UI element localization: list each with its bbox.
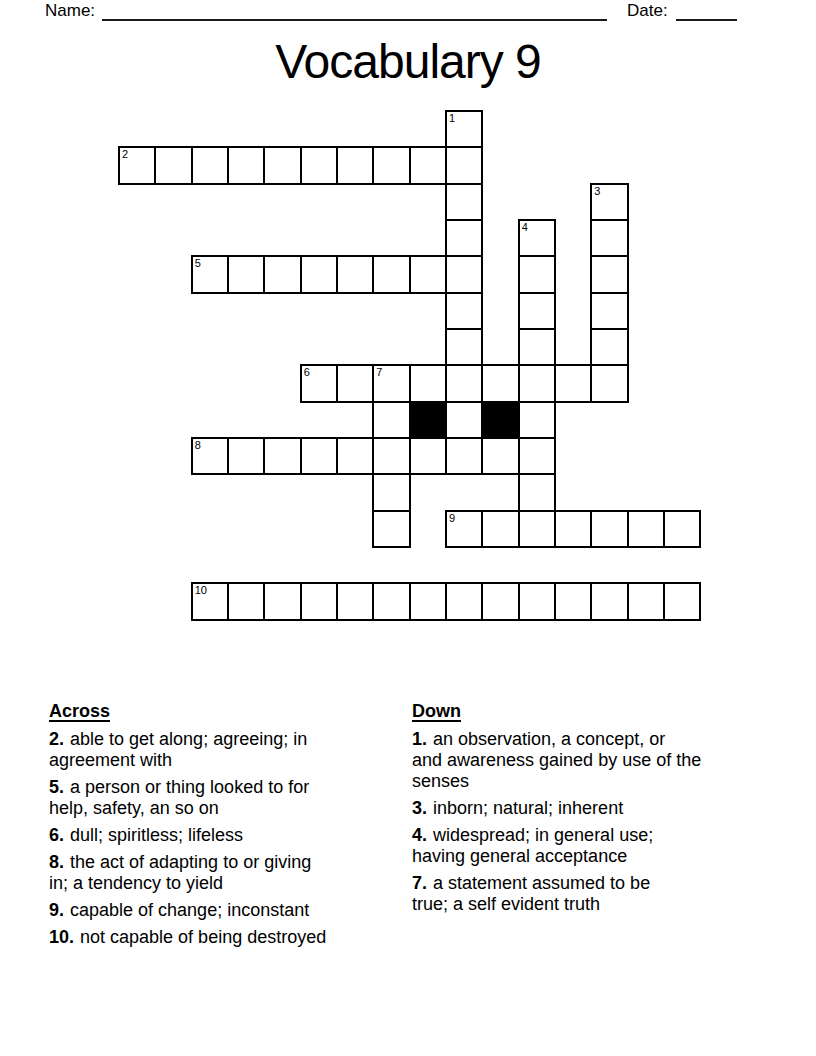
grid-cell[interactable] [336,582,374,620]
clue-number: 10. [49,927,74,947]
cell-number: 10 [195,584,207,597]
date-label: Date: [627,1,668,21]
grid-cell[interactable] [518,255,556,293]
cell-number: 4 [522,221,528,234]
clue-text: dull; spiritless; lifeless [70,825,243,845]
grid-cell[interactable] [481,364,519,402]
worksheet-page: Name: Date: Vocabulary 9 12345678910 Acr… [0,0,816,1056]
name-label: Name: [45,1,95,21]
clue-across-10: 10.not capable of being destroyed [49,927,401,948]
across-clues-section: Across 2.able to get along; agreeing; in… [49,701,401,954]
clue-down-1: 1.an observation, a concept, or and awar… [412,729,778,792]
grid-cell[interactable] [336,255,374,293]
clue-number: 7. [412,873,427,893]
grid-cell[interactable] [372,473,410,511]
grid-cell[interactable] [445,437,483,475]
grid-cell[interactable] [590,510,628,548]
grid-cell[interactable] [409,146,447,184]
grid-cell[interactable] [409,582,447,620]
grid-cell[interactable] [227,255,265,293]
clue-text: the act of adapting to or giving in; a t… [49,852,311,893]
cell-number: 7 [376,366,382,379]
clue-number: 5. [49,777,64,797]
grid-cell[interactable] [336,364,374,402]
down-clues-section: Down 1.an observation, a concept, or and… [412,701,778,921]
grid-cell[interactable] [372,401,410,439]
grid-cell[interactable] [445,146,483,184]
grid-cell[interactable] [590,582,628,620]
clue-across-9: 9.capable of change; inconstant [49,900,401,921]
grid-cell[interactable] [481,437,519,475]
grid-cell[interactable] [227,582,265,620]
clue-text: inborn; natural; inherent [433,798,623,818]
grid-cell[interactable] [372,255,410,293]
grid-cell[interactable] [518,292,556,330]
clue-text: able to get along; agreeing; in agreemen… [49,729,307,770]
grid-cell[interactable] [263,582,301,620]
grid-cell[interactable] [300,582,338,620]
grid-cell[interactable] [445,219,483,257]
grid-cell[interactable] [227,146,265,184]
grid-cell[interactable] [445,255,483,293]
clue-down-7: 7.a statement assumed to be true; a self… [412,873,778,915]
grid-cell[interactable] [300,255,338,293]
grid-cell[interactable]: 2 [118,146,156,184]
grid-cell[interactable] [518,401,556,439]
name-input-line[interactable] [102,2,607,21]
grid-cell[interactable] [445,364,483,402]
grid-cell[interactable]: 6 [300,364,338,402]
cell-number: 9 [449,512,455,525]
clue-across-8: 8.the act of adapting to or giving in; a… [49,852,401,894]
clue-across-6: 6.dull; spiritless; lifeless [49,825,401,846]
grid-cell[interactable] [409,437,447,475]
clue-text: not capable of being destroyed [80,927,326,947]
grid-cell[interactable] [554,510,592,548]
grid-cell[interactable] [518,364,556,402]
date-input-line[interactable] [676,2,737,21]
clue-text: a person or thing looked to for help, sa… [49,777,309,818]
grid-cell[interactable] [445,328,483,366]
grid-cell[interactable] [336,146,374,184]
clue-number: 8. [49,852,64,872]
grid-cell[interactable] [590,292,628,330]
grid-cell[interactable] [372,146,410,184]
grid-cell[interactable] [445,401,483,439]
grid-cell[interactable]: 7 [372,364,410,402]
clue-number: 2. [49,729,64,749]
grid-cell[interactable] [663,582,701,620]
grid-cell[interactable] [372,437,410,475]
clue-text: widespread; in general use; having gener… [412,825,653,866]
clue-down-3: 3.inborn; natural; inherent [412,798,778,819]
grid-cell[interactable]: 4 [518,219,556,257]
grid-cell[interactable] [336,437,374,475]
grid-cell[interactable] [263,146,301,184]
grid-cell[interactable] [154,146,192,184]
clue-number: 4. [412,825,427,845]
clue-text: an observation, a concept, or and awaren… [412,729,701,791]
grid-cell[interactable] [191,146,229,184]
clue-down-4: 4.widespread; in general use; having gen… [412,825,778,867]
grid-cell[interactable] [554,364,592,402]
grid-cell[interactable]: 9 [445,510,483,548]
clue-across-5: 5.a person or thing looked to for help, … [49,777,401,819]
cell-number: 3 [594,185,600,198]
down-heading: Down [412,701,778,722]
black-cell [409,401,447,439]
grid-cell[interactable] [481,582,519,620]
clue-across-2: 2.able to get along; agreeing; in agreem… [49,729,401,771]
grid-cell[interactable] [263,437,301,475]
grid-cell[interactable] [590,328,628,366]
page-title: Vocabulary 9 [0,34,816,90]
crossword-grid: 12345678910 [118,110,701,621]
grid-cell[interactable] [372,510,410,548]
cell-number: 1 [449,112,455,125]
grid-cell[interactable] [445,183,483,221]
grid-cell[interactable]: 3 [590,183,628,221]
grid-cell[interactable] [518,473,556,511]
grid-cell[interactable]: 10 [191,582,229,620]
grid-cell[interactable] [590,364,628,402]
grid-cell[interactable] [590,219,628,257]
cell-number: 8 [195,439,201,452]
grid-cell[interactable] [409,255,447,293]
clue-number: 1. [412,729,427,749]
grid-cell[interactable] [481,510,519,548]
grid-cell[interactable] [372,582,410,620]
clue-number: 6. [49,825,64,845]
black-cell [481,401,519,439]
grid-cell[interactable] [518,437,556,475]
clue-text: a statement assumed to be true; a self e… [412,873,650,914]
cell-number: 5 [195,257,201,270]
grid-cell[interactable] [554,582,592,620]
grid-cell[interactable] [227,437,265,475]
grid-cell[interactable] [445,582,483,620]
grid-cell[interactable] [663,510,701,548]
grid-cell[interactable] [263,255,301,293]
grid-cell[interactable] [590,255,628,293]
grid-cell[interactable]: 8 [191,437,229,475]
grid-cell[interactable]: 5 [191,255,229,293]
clue-text: capable of change; inconstant [70,900,309,920]
clue-number: 3. [412,798,427,818]
clue-number: 9. [49,900,64,920]
across-heading: Across [49,701,401,722]
grid-cell[interactable] [627,510,665,548]
grid-cell[interactable] [627,582,665,620]
grid-cell[interactable]: 1 [445,110,483,148]
grid-cell[interactable] [300,437,338,475]
grid-cell[interactable] [409,364,447,402]
grid-cell[interactable] [300,146,338,184]
grid-cell[interactable] [445,292,483,330]
grid-cell[interactable] [518,510,556,548]
grid-cell[interactable] [518,582,556,620]
cell-number: 2 [122,148,128,161]
cell-number: 6 [304,366,310,379]
grid-cell[interactable] [518,328,556,366]
